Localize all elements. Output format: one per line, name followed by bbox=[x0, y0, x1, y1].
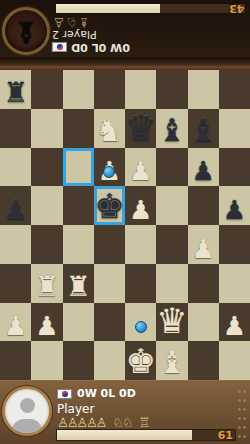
person-silhouette-body bbox=[12, 419, 42, 436]
black-pawn-g6[interactable]: ♟ bbox=[191, 158, 214, 184]
chess-app-screen: 43 ♗♘♙ Player 2 0W 0L 0D ♝ ♜♞♛♝♝♟♟♟♟♚♟♟♟… bbox=[0, 0, 250, 444]
square-b5[interactable] bbox=[31, 186, 62, 225]
square-d2[interactable] bbox=[94, 303, 125, 342]
square-c8[interactable] bbox=[63, 70, 94, 109]
square-e6[interactable]: ♟ bbox=[125, 148, 156, 187]
square-a8[interactable]: ♜ bbox=[0, 70, 31, 109]
square-a2[interactable]: ♟ bbox=[0, 303, 31, 342]
square-f5[interactable] bbox=[156, 186, 187, 225]
square-g2[interactable] bbox=[188, 303, 219, 342]
square-f1[interactable]: ♝ bbox=[156, 341, 187, 380]
square-f3[interactable] bbox=[156, 264, 187, 303]
white-knight-d7[interactable]: ♞ bbox=[95, 115, 123, 146]
white-pawn-g4[interactable]: ♟ bbox=[191, 236, 214, 262]
player-progress-fill bbox=[57, 430, 192, 440]
square-b8[interactable] bbox=[31, 70, 62, 109]
square-a6[interactable] bbox=[0, 148, 31, 187]
player-progress-bar: 61 bbox=[56, 429, 236, 441]
person-silhouette-icon bbox=[20, 398, 35, 413]
square-e5[interactable]: ♟ bbox=[125, 186, 156, 225]
opponent-record-text: 0W 0L 0D bbox=[71, 41, 130, 54]
square-g8[interactable] bbox=[188, 70, 219, 109]
player-captured-tray: ♙♙♙♙♙♘♘♖ bbox=[57, 415, 155, 430]
opponent-avatar[interactable]: ♝ bbox=[2, 7, 50, 55]
square-f8[interactable] bbox=[156, 70, 187, 109]
opponent-name: Player 2 bbox=[52, 28, 97, 41]
player-avatar[interactable] bbox=[2, 386, 52, 436]
south-korea-flag-icon bbox=[57, 389, 72, 399]
black-rook-a8[interactable]: ♜ bbox=[3, 79, 28, 107]
square-c6[interactable] bbox=[63, 148, 94, 187]
square-g4[interactable]: ♟ bbox=[188, 225, 219, 264]
square-b7[interactable] bbox=[31, 109, 62, 148]
square-d8[interactable] bbox=[94, 70, 125, 109]
square-d1[interactable] bbox=[94, 341, 125, 380]
white-pawn-e5[interactable]: ♟ bbox=[129, 197, 152, 223]
square-d4[interactable] bbox=[94, 225, 125, 264]
square-g5[interactable] bbox=[188, 186, 219, 225]
square-h8[interactable] bbox=[219, 70, 250, 109]
opponent-progress-bar: 43 bbox=[55, 3, 246, 14]
white-queen-f2[interactable]: ♛ bbox=[156, 304, 187, 339]
square-a3[interactable] bbox=[0, 264, 31, 303]
square-c1[interactable] bbox=[63, 341, 94, 380]
chess-board: ♜♞♛♝♝♟♟♟♟♚♟♟♟♜♜♟♟♛♟♚♝ bbox=[0, 57, 250, 380]
player-bar: 0W 0L 0D Player ♙♙♙♙♙♘♘♖ 61 bbox=[0, 380, 250, 444]
square-a1[interactable] bbox=[0, 341, 31, 380]
square-b1[interactable] bbox=[31, 341, 62, 380]
opponent-bar: 43 ♗♘♙ Player 2 0W 0L 0D ♝ bbox=[0, 0, 250, 57]
white-pawn-a2[interactable]: ♟ bbox=[4, 313, 27, 339]
square-b4[interactable] bbox=[31, 225, 62, 264]
opponent-record: 0W 0L 0D bbox=[52, 41, 130, 54]
square-d7[interactable]: ♞ bbox=[94, 109, 125, 148]
square-f6[interactable] bbox=[156, 148, 187, 187]
square-h6[interactable] bbox=[219, 148, 250, 187]
square-d5[interactable]: ♚ bbox=[94, 186, 125, 225]
square-e4[interactable] bbox=[125, 225, 156, 264]
opponent-score: 43 bbox=[229, 2, 244, 15]
square-e1[interactable]: ♚ bbox=[125, 341, 156, 380]
square-c3[interactable]: ♜ bbox=[63, 264, 94, 303]
square-h3[interactable] bbox=[219, 264, 250, 303]
square-a5[interactable]: ♟ bbox=[0, 186, 31, 225]
player-record-text: 0W 0L 0D bbox=[77, 387, 136, 400]
white-rook-c3[interactable]: ♜ bbox=[66, 273, 91, 301]
square-f2[interactable]: ♛ bbox=[156, 303, 187, 342]
square-c4[interactable] bbox=[63, 225, 94, 264]
board-grid: ♜♞♛♝♝♟♟♟♟♚♟♟♟♜♜♟♟♛♟♚♝ bbox=[0, 70, 250, 380]
south-korea-flag-icon bbox=[52, 43, 67, 53]
square-g7[interactable]: ♝ bbox=[188, 109, 219, 148]
captured-pawn-icon: ♙♙♙♙♙ bbox=[57, 415, 105, 430]
black-pawn-h5[interactable]: ♟ bbox=[223, 197, 246, 223]
square-g3[interactable] bbox=[188, 264, 219, 303]
white-king-e1[interactable]: ♚ bbox=[125, 344, 155, 378]
square-h5[interactable]: ♟ bbox=[219, 186, 250, 225]
square-h7[interactable] bbox=[219, 109, 250, 148]
frame-rivets-decoration bbox=[237, 387, 247, 439]
white-pawn-e6[interactable]: ♟ bbox=[129, 158, 152, 184]
black-king-d5[interactable]: ♚ bbox=[94, 189, 124, 223]
square-c7[interactable] bbox=[63, 109, 94, 148]
white-pawn-b2[interactable]: ♟ bbox=[35, 313, 58, 339]
square-g6[interactable]: ♟ bbox=[188, 148, 219, 187]
player-score: 61 bbox=[218, 429, 233, 442]
square-f7[interactable]: ♝ bbox=[156, 109, 187, 148]
square-b3[interactable]: ♜ bbox=[31, 264, 62, 303]
square-g1[interactable] bbox=[188, 341, 219, 380]
square-b2[interactable]: ♟ bbox=[31, 303, 62, 342]
black-queen-e7[interactable]: ♛ bbox=[125, 111, 156, 146]
white-pawn-h2[interactable]: ♟ bbox=[223, 313, 246, 339]
black-bishop-g7[interactable]: ♝ bbox=[189, 115, 217, 146]
black-bishop-avatar-icon: ♝ bbox=[13, 15, 40, 50]
square-h2[interactable]: ♟ bbox=[219, 303, 250, 342]
square-h1[interactable] bbox=[219, 341, 250, 380]
board-frame-top bbox=[0, 57, 250, 70]
square-d3[interactable] bbox=[94, 264, 125, 303]
opponent-progress-fill bbox=[56, 4, 160, 13]
player-record: 0W 0L 0D bbox=[57, 387, 136, 400]
player-name: Player bbox=[57, 402, 94, 416]
square-c2[interactable] bbox=[63, 303, 94, 342]
square-e8[interactable] bbox=[125, 70, 156, 109]
square-f4[interactable] bbox=[156, 225, 187, 264]
square-a7[interactable] bbox=[0, 109, 31, 148]
captured-rook-icon: ♖ bbox=[139, 415, 149, 430]
king-marker-icon-e1 bbox=[135, 321, 147, 333]
square-e3[interactable] bbox=[125, 264, 156, 303]
square-a4[interactable] bbox=[0, 225, 31, 264]
black-bishop-f7[interactable]: ♝ bbox=[158, 115, 186, 146]
square-c5[interactable] bbox=[63, 186, 94, 225]
captured-knight-icon: ♘♘ bbox=[112, 415, 131, 430]
square-e7[interactable]: ♛ bbox=[125, 109, 156, 148]
black-pawn-a5[interactable]: ♟ bbox=[4, 197, 27, 223]
square-b6[interactable] bbox=[31, 148, 62, 187]
square-h4[interactable] bbox=[219, 225, 250, 264]
white-bishop-f1[interactable]: ♝ bbox=[158, 347, 186, 378]
white-rook-b3[interactable]: ♜ bbox=[34, 273, 59, 301]
